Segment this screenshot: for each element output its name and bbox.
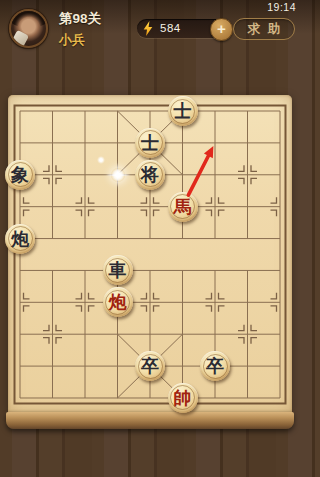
- clock-time: 19:14: [267, 1, 296, 13]
- piece-black-将[interactable]: 将: [134, 159, 167, 191]
- level-name: 小兵: [59, 31, 101, 49]
- piece-black-卒[interactable]: 卒: [199, 350, 232, 382]
- avatar[interactable]: [9, 9, 48, 48]
- plus-icon: +: [211, 19, 232, 40]
- piece-black-車[interactable]: 車: [101, 254, 134, 286]
- sparkle-effect: [101, 159, 134, 191]
- board-edge: [6, 412, 294, 429]
- energy-value: 584: [160, 22, 181, 34]
- level-block: 第98关 小兵: [59, 10, 101, 49]
- piece-red-馬[interactable]: 馬: [166, 191, 199, 223]
- lightning-icon: [142, 21, 154, 36]
- help-button[interactable]: 求助: [233, 18, 295, 40]
- piece-black-士[interactable]: 士: [166, 95, 199, 127]
- level-label: 第98关: [59, 10, 101, 28]
- energy-pill: 584 +: [137, 19, 225, 38]
- piece-black-士[interactable]: 士: [134, 127, 167, 159]
- piece-red-帥[interactable]: 帥: [166, 382, 199, 414]
- piece-black-炮[interactable]: 炮: [4, 223, 37, 255]
- piece-layer[interactable]: 士士象将馬炮車炮卒卒帥: [4, 95, 297, 414]
- add-energy-button[interactable]: +: [210, 18, 233, 41]
- avatar-portrait: [9, 9, 48, 28]
- piece-black-象[interactable]: 象: [4, 159, 37, 191]
- piece-black-卒[interactable]: 卒: [134, 350, 167, 382]
- piece-red-炮[interactable]: 炮: [101, 286, 134, 318]
- top-bar: 19:14 第98关 小兵 584 + 求助: [0, 0, 300, 60]
